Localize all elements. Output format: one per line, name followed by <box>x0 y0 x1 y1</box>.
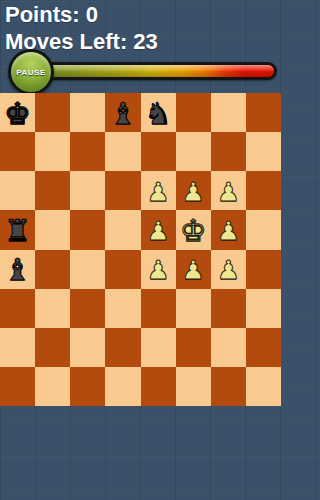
square-b2[interactable] <box>35 328 70 367</box>
square-h6[interactable] <box>246 171 281 210</box>
square-a8[interactable]: ♚ <box>0 93 35 132</box>
square-e8[interactable]: ♞ <box>141 93 176 132</box>
square-h7[interactable] <box>246 132 281 171</box>
square-h2[interactable] <box>246 328 281 367</box>
piece-black-bishop[interactable]: ♝ <box>4 255 31 285</box>
square-a3[interactable] <box>0 289 35 328</box>
square-g8[interactable] <box>211 93 246 132</box>
square-g5[interactable]: ♟ <box>211 210 246 249</box>
square-c3[interactable] <box>70 289 105 328</box>
square-a6[interactable] <box>0 171 35 210</box>
square-c4[interactable] <box>70 250 105 289</box>
square-h3[interactable] <box>246 289 281 328</box>
square-f7[interactable] <box>176 132 211 171</box>
square-d2[interactable] <box>105 328 140 367</box>
square-b4[interactable] <box>35 250 70 289</box>
square-a7[interactable] <box>0 132 35 171</box>
square-e1[interactable] <box>141 367 176 406</box>
piece-white-pawn[interactable]: ♟ <box>217 179 240 205</box>
square-c7[interactable] <box>70 132 105 171</box>
square-g1[interactable] <box>211 367 246 406</box>
square-h4[interactable] <box>246 250 281 289</box>
points-label: Points: 0 <box>5 1 158 28</box>
piece-white-pawn[interactable]: ♟ <box>146 218 169 244</box>
timer-track <box>28 62 277 80</box>
square-e4[interactable]: ♟ <box>141 250 176 289</box>
square-f4[interactable]: ♟ <box>176 250 211 289</box>
square-d3[interactable] <box>105 289 140 328</box>
piece-white-pawn[interactable]: ♟ <box>182 179 205 205</box>
square-e2[interactable] <box>141 328 176 367</box>
piece-black-knight[interactable]: ♞ <box>145 99 172 129</box>
piece-white-king[interactable]: ♚ <box>180 216 207 246</box>
square-e7[interactable] <box>141 132 176 171</box>
square-f6[interactable]: ♟ <box>176 171 211 210</box>
square-c8[interactable] <box>70 93 105 132</box>
square-f3[interactable] <box>176 289 211 328</box>
square-a4[interactable]: ♝ <box>0 250 35 289</box>
square-g2[interactable] <box>211 328 246 367</box>
square-g4[interactable]: ♟ <box>211 250 246 289</box>
piece-black-king[interactable]: ♚ <box>4 99 31 129</box>
square-c5[interactable] <box>70 210 105 249</box>
square-b1[interactable] <box>35 367 70 406</box>
square-f5[interactable]: ♚ <box>176 210 211 249</box>
square-g6[interactable]: ♟ <box>211 171 246 210</box>
piece-white-pawn[interactable]: ♟ <box>182 257 205 283</box>
square-e3[interactable] <box>141 289 176 328</box>
square-d6[interactable] <box>105 171 140 210</box>
square-d8[interactable]: ♝ <box>105 93 140 132</box>
pause-button[interactable]: PAUSE <box>8 49 54 95</box>
square-f8[interactable] <box>176 93 211 132</box>
square-h5[interactable] <box>246 210 281 249</box>
score-panel: Points: 0 Moves Left: 23 <box>5 1 158 55</box>
square-c1[interactable] <box>70 367 105 406</box>
chess-board: ♚♝♞♟♟♟♜♟♚♟♝♟♟♟ <box>0 93 281 406</box>
square-d1[interactable] <box>105 367 140 406</box>
square-h1[interactable] <box>246 367 281 406</box>
piece-black-rook[interactable]: ♜ <box>4 216 31 246</box>
square-d5[interactable] <box>105 210 140 249</box>
square-f2[interactable] <box>176 328 211 367</box>
square-b3[interactable] <box>35 289 70 328</box>
square-a2[interactable] <box>0 328 35 367</box>
square-h8[interactable] <box>246 93 281 132</box>
piece-black-bishop[interactable]: ♝ <box>109 99 136 129</box>
square-b5[interactable] <box>35 210 70 249</box>
piece-white-pawn[interactable]: ♟ <box>146 257 169 283</box>
piece-white-pawn[interactable]: ♟ <box>217 257 240 283</box>
square-d7[interactable] <box>105 132 140 171</box>
piece-white-pawn[interactable]: ♟ <box>146 179 169 205</box>
square-b8[interactable] <box>35 93 70 132</box>
square-g3[interactable] <box>211 289 246 328</box>
square-f1[interactable] <box>176 367 211 406</box>
square-e6[interactable]: ♟ <box>141 171 176 210</box>
square-a5[interactable]: ♜ <box>0 210 35 249</box>
square-c2[interactable] <box>70 328 105 367</box>
pause-button-label: PAUSE <box>16 68 45 77</box>
square-e5[interactable]: ♟ <box>141 210 176 249</box>
square-g7[interactable] <box>211 132 246 171</box>
timer-widget: PAUSE <box>0 49 281 93</box>
square-c6[interactable] <box>70 171 105 210</box>
piece-white-pawn[interactable]: ♟ <box>217 218 240 244</box>
square-d4[interactable] <box>105 250 140 289</box>
square-b7[interactable] <box>35 132 70 171</box>
square-a1[interactable] <box>0 367 35 406</box>
square-b6[interactable] <box>35 171 70 210</box>
timer-fill <box>31 65 274 77</box>
